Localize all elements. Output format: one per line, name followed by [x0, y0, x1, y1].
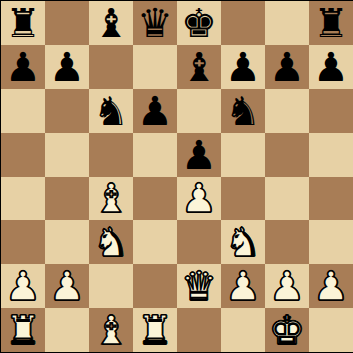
square-b3[interactable]: [45, 220, 89, 264]
square-b1[interactable]: [45, 308, 89, 352]
white-rook[interactable]: ♜: [5, 310, 41, 350]
square-g1[interactable]: ♚: [265, 308, 309, 352]
square-c3[interactable]: ♞: [89, 220, 133, 264]
square-f3[interactable]: ♞: [221, 220, 265, 264]
white-king[interactable]: ♚: [269, 310, 305, 350]
square-f8[interactable]: [221, 1, 265, 45]
square-c4[interactable]: ♝: [89, 177, 133, 221]
square-d5[interactable]: [133, 133, 177, 177]
square-d7[interactable]: [133, 45, 177, 89]
white-knight[interactable]: ♞: [93, 222, 129, 262]
square-e6[interactable]: [177, 89, 221, 133]
square-d2[interactable]: [133, 264, 177, 308]
square-d4[interactable]: [133, 177, 177, 221]
square-g4[interactable]: [265, 177, 309, 221]
black-rook[interactable]: ♜: [5, 3, 41, 43]
white-queen[interactable]: ♛: [181, 266, 217, 306]
white-pawn[interactable]: ♟: [225, 266, 261, 306]
black-pawn[interactable]: ♟: [225, 47, 261, 87]
square-c7[interactable]: [89, 45, 133, 89]
square-g5[interactable]: [265, 133, 309, 177]
black-knight[interactable]: ♞: [93, 91, 129, 131]
black-pawn[interactable]: ♟: [49, 47, 85, 87]
square-e3[interactable]: [177, 220, 221, 264]
black-pawn[interactable]: ♟: [313, 47, 349, 87]
white-bishop[interactable]: ♝: [93, 310, 129, 350]
black-pawn[interactable]: ♟: [269, 47, 305, 87]
square-f1[interactable]: [221, 308, 265, 352]
square-a1[interactable]: ♜: [1, 308, 45, 352]
square-g3[interactable]: [265, 220, 309, 264]
black-bishop[interactable]: ♝: [181, 47, 217, 87]
square-b6[interactable]: [45, 89, 89, 133]
square-b7[interactable]: ♟: [45, 45, 89, 89]
square-e7[interactable]: ♝: [177, 45, 221, 89]
square-g8[interactable]: [265, 1, 309, 45]
white-knight[interactable]: ♞: [225, 222, 261, 262]
black-pawn[interactable]: ♟: [5, 47, 41, 87]
white-pawn[interactable]: ♟: [269, 266, 305, 306]
square-c8[interactable]: ♝: [89, 1, 133, 45]
black-pawn[interactable]: ♟: [137, 91, 173, 131]
square-h5[interactable]: [309, 133, 353, 177]
square-e2[interactable]: ♛: [177, 264, 221, 308]
white-pawn[interactable]: ♟: [313, 266, 349, 306]
square-g2[interactable]: ♟: [265, 264, 309, 308]
black-pawn[interactable]: ♟: [181, 135, 217, 175]
black-bishop[interactable]: ♝: [93, 3, 129, 43]
square-f4[interactable]: [221, 177, 265, 221]
square-d3[interactable]: [133, 220, 177, 264]
square-a5[interactable]: [1, 133, 45, 177]
square-h6[interactable]: [309, 89, 353, 133]
square-b2[interactable]: ♟: [45, 264, 89, 308]
square-f6[interactable]: ♞: [221, 89, 265, 133]
white-pawn[interactable]: ♟: [181, 178, 217, 218]
black-knight[interactable]: ♞: [225, 91, 261, 131]
square-g6[interactable]: [265, 89, 309, 133]
white-bishop[interactable]: ♝: [93, 178, 129, 218]
white-pawn[interactable]: ♟: [5, 266, 41, 306]
square-c1[interactable]: ♝: [89, 308, 133, 352]
square-h2[interactable]: ♟: [309, 264, 353, 308]
square-a8[interactable]: ♜: [1, 1, 45, 45]
square-a4[interactable]: [1, 177, 45, 221]
square-e1[interactable]: [177, 308, 221, 352]
board-frame: ♜♝♛♚♜♟♟♝♟♟♟♞♟♞♟♝♟♞♞♟♟♛♟♟♟♜♝♜♚: [0, 0, 353, 353]
square-a2[interactable]: ♟: [1, 264, 45, 308]
square-h4[interactable]: [309, 177, 353, 221]
square-h3[interactable]: [309, 220, 353, 264]
black-queen[interactable]: ♛: [137, 3, 173, 43]
square-e8[interactable]: ♚: [177, 1, 221, 45]
square-a6[interactable]: [1, 89, 45, 133]
square-e4[interactable]: ♟: [177, 177, 221, 221]
square-g7[interactable]: ♟: [265, 45, 309, 89]
square-a3[interactable]: [1, 220, 45, 264]
black-king[interactable]: ♚: [181, 3, 217, 43]
square-f5[interactable]: [221, 133, 265, 177]
square-d6[interactable]: ♟: [133, 89, 177, 133]
chess-board: ♜♝♛♚♜♟♟♝♟♟♟♞♟♞♟♝♟♞♞♟♟♛♟♟♟♜♝♜♚: [1, 1, 353, 352]
square-h7[interactable]: ♟: [309, 45, 353, 89]
square-b5[interactable]: [45, 133, 89, 177]
square-h8[interactable]: ♜: [309, 1, 353, 45]
square-c5[interactable]: [89, 133, 133, 177]
square-b8[interactable]: [45, 1, 89, 45]
square-a7[interactable]: ♟: [1, 45, 45, 89]
square-f7[interactable]: ♟: [221, 45, 265, 89]
square-h1[interactable]: [309, 308, 353, 352]
black-rook[interactable]: ♜: [313, 3, 349, 43]
white-rook[interactable]: ♜: [137, 310, 173, 350]
white-pawn[interactable]: ♟: [49, 266, 85, 306]
square-d1[interactable]: ♜: [133, 308, 177, 352]
square-e5[interactable]: ♟: [177, 133, 221, 177]
square-f2[interactable]: ♟: [221, 264, 265, 308]
square-c6[interactable]: ♞: [89, 89, 133, 133]
square-d8[interactable]: ♛: [133, 1, 177, 45]
square-b4[interactable]: [45, 177, 89, 221]
square-c2[interactable]: [89, 264, 133, 308]
